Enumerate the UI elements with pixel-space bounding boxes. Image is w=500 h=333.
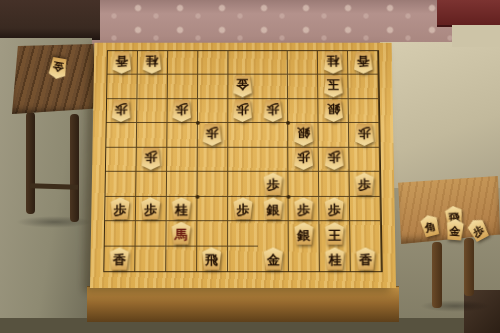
piece-gote-P[interactable]: 歩 xyxy=(290,148,317,170)
square-2a[interactable]: 桂 xyxy=(318,51,348,75)
square-7a[interactable] xyxy=(168,51,198,75)
piece-sente-G[interactable]: 金 xyxy=(260,247,287,270)
piece-gote-N[interactable]: 桂 xyxy=(319,52,346,74)
square-2f[interactable] xyxy=(319,172,350,197)
square-3b[interactable] xyxy=(288,75,318,99)
square-6h[interactable] xyxy=(197,221,228,246)
dark-wood-shelf xyxy=(0,0,100,40)
square-1h[interactable] xyxy=(350,221,381,246)
square-8e[interactable]: 歩 xyxy=(136,148,167,172)
square-5b[interactable]: 金 xyxy=(228,75,258,99)
square-9b[interactable] xyxy=(107,75,137,99)
square-4d[interactable] xyxy=(258,123,288,147)
captured-piece-white-G[interactable]: 金 xyxy=(44,56,71,81)
square-6i[interactable]: 飛 xyxy=(197,246,228,271)
square-5i[interactable] xyxy=(228,246,259,271)
square-8h[interactable] xyxy=(135,221,166,246)
square-6f[interactable] xyxy=(197,172,228,197)
right-komadai-leg xyxy=(432,242,442,308)
square-9c[interactable]: 歩 xyxy=(107,99,138,123)
square-7b[interactable] xyxy=(167,75,197,99)
square-3d[interactable]: 銀 xyxy=(288,123,319,147)
square-2b[interactable]: 玉 xyxy=(318,75,348,99)
piece-sente-P[interactable]: 歩 xyxy=(137,197,164,219)
right-komadai-leg xyxy=(464,238,474,296)
square-1g[interactable] xyxy=(350,197,381,222)
square-9d[interactable] xyxy=(106,123,137,147)
piece-sente-P[interactable]: 歩 xyxy=(260,173,287,195)
square-6d[interactable]: 歩 xyxy=(197,123,227,147)
square-8i[interactable] xyxy=(135,246,166,271)
piece-sente-S[interactable]: 銀 xyxy=(260,197,287,219)
piece-gote-P[interactable]: 歩 xyxy=(138,148,165,170)
piece-gote-G[interactable]: 金 xyxy=(230,76,256,98)
piece-sente-+B[interactable]: 馬 xyxy=(168,222,195,244)
piece-sente-N[interactable]: 桂 xyxy=(168,197,195,219)
square-6a[interactable] xyxy=(198,51,228,75)
piece-sente-L[interactable]: 香 xyxy=(106,247,133,270)
square-6g[interactable] xyxy=(197,197,228,222)
piece-gote-L[interactable]: 香 xyxy=(109,52,136,74)
square-3h[interactable]: 銀 xyxy=(289,221,320,246)
square-5g[interactable]: 歩 xyxy=(228,197,259,222)
square-8a[interactable]: 桂 xyxy=(138,51,168,75)
piece-sente-R[interactable]: 飛 xyxy=(198,247,225,270)
square-7f[interactable] xyxy=(167,172,198,197)
piece-gote-P[interactable]: 歩 xyxy=(169,100,196,122)
square-3e[interactable]: 歩 xyxy=(289,148,320,172)
maroon-cushion xyxy=(437,0,500,27)
square-9e[interactable] xyxy=(106,148,137,172)
square-3c[interactable] xyxy=(288,99,318,123)
piece-sente-P[interactable]: 歩 xyxy=(107,197,134,219)
left-komadai-leg xyxy=(26,112,35,214)
piece-gote-N[interactable]: 桂 xyxy=(139,52,166,74)
square-4c[interactable]: 歩 xyxy=(258,99,288,123)
square-4f[interactable]: 歩 xyxy=(258,172,289,197)
piece-gote-S[interactable]: 銀 xyxy=(290,124,317,146)
square-8d[interactable] xyxy=(137,123,168,147)
square-7i[interactable] xyxy=(166,246,197,271)
floor-right-upper xyxy=(452,25,500,47)
piece-sente-N[interactable]: 桂 xyxy=(321,247,348,270)
square-6e[interactable] xyxy=(197,148,228,172)
board-front-face xyxy=(87,286,399,322)
piece-sente-L[interactable]: 香 xyxy=(352,247,379,270)
square-5c[interactable]: 歩 xyxy=(228,99,258,123)
piece-sente-P[interactable]: 歩 xyxy=(230,197,257,219)
square-5d[interactable] xyxy=(228,123,258,147)
square-3a[interactable] xyxy=(288,51,318,75)
square-7e[interactable] xyxy=(167,148,198,172)
square-1i[interactable]: 香 xyxy=(351,246,382,271)
square-9a[interactable]: 香 xyxy=(107,51,137,75)
piece-gote-P[interactable]: 歩 xyxy=(230,100,256,122)
square-6c[interactable] xyxy=(198,99,228,123)
square-4h[interactable] xyxy=(258,221,289,246)
square-8f[interactable] xyxy=(136,172,167,197)
piece-gote-K[interactable]: 玉 xyxy=(320,76,347,98)
square-8b[interactable] xyxy=(137,75,167,99)
square-1e[interactable] xyxy=(349,148,380,172)
piece-gote-L[interactable]: 香 xyxy=(350,52,377,74)
left-komadai xyxy=(12,44,96,114)
square-4i[interactable]: 金 xyxy=(258,246,289,271)
left-komadai-leg xyxy=(70,114,79,222)
square-2c[interactable]: 銀 xyxy=(319,99,350,123)
floor-right xyxy=(380,42,500,190)
shogi-board: 香桂桂香金玉歩歩歩歩銀歩銀歩歩歩歩歩歩歩歩桂歩銀歩歩馬銀王香飛金桂香 xyxy=(90,43,396,288)
square-7d[interactable] xyxy=(167,123,198,147)
square-2g[interactable]: 歩 xyxy=(319,197,350,222)
left-komadai-shadow xyxy=(16,216,92,228)
piece-sente-P[interactable]: 歩 xyxy=(290,197,317,219)
square-3g[interactable]: 歩 xyxy=(289,197,320,222)
square-9i[interactable]: 香 xyxy=(104,246,135,271)
square-1a[interactable]: 香 xyxy=(348,51,378,75)
square-2d[interactable] xyxy=(319,123,350,147)
square-5a[interactable] xyxy=(228,51,258,75)
piece-sente-P[interactable]: 歩 xyxy=(351,173,378,195)
piece-gote-S[interactable]: 銀 xyxy=(320,100,347,122)
square-5f[interactable] xyxy=(228,172,259,197)
square-8g[interactable]: 歩 xyxy=(136,197,167,222)
square-9f[interactable] xyxy=(105,172,136,197)
square-5e[interactable] xyxy=(228,148,258,172)
square-9h[interactable] xyxy=(105,221,136,246)
square-9g[interactable]: 歩 xyxy=(105,197,136,222)
square-3f[interactable] xyxy=(289,172,320,197)
square-6b[interactable] xyxy=(198,75,228,99)
piece-gote-P[interactable]: 歩 xyxy=(320,148,347,170)
piece-gote-P[interactable]: 歩 xyxy=(108,100,135,122)
right-komadai-shadow xyxy=(420,300,490,312)
square-8c[interactable] xyxy=(137,99,168,123)
square-5h[interactable] xyxy=(228,221,259,246)
piece-gote-P[interactable]: 歩 xyxy=(260,100,287,122)
square-3i[interactable] xyxy=(289,246,320,271)
square-7h[interactable]: 馬 xyxy=(166,221,197,246)
square-1d[interactable]: 歩 xyxy=(349,123,380,147)
photo-scene: 香桂桂香金玉歩歩歩歩銀歩銀歩歩歩歩歩歩歩歩桂歩銀歩歩馬銀王香飛金桂香 金飛角金歩 xyxy=(0,0,500,333)
square-4e[interactable] xyxy=(258,148,289,172)
piece-sente-S[interactable]: 銀 xyxy=(290,222,317,244)
square-1b[interactable] xyxy=(348,75,379,99)
square-2e[interactable]: 歩 xyxy=(319,148,350,172)
board-grid: 香桂桂香金玉歩歩歩歩銀歩銀歩歩歩歩歩歩歩歩桂歩銀歩歩馬銀王香飛金桂香 xyxy=(103,50,382,272)
square-4a[interactable] xyxy=(258,51,288,75)
square-7g[interactable]: 桂 xyxy=(166,197,197,222)
piece-gote-P[interactable]: 歩 xyxy=(199,124,226,146)
square-2i[interactable]: 桂 xyxy=(320,246,351,271)
square-7c[interactable]: 歩 xyxy=(167,99,197,123)
piece-sente-K[interactable]: 王 xyxy=(321,222,348,244)
square-4b[interactable] xyxy=(258,75,288,99)
piece-sente-P[interactable]: 歩 xyxy=(321,197,348,219)
square-2h[interactable]: 王 xyxy=(320,221,351,246)
square-1c[interactable] xyxy=(349,99,380,123)
square-4g[interactable]: 銀 xyxy=(258,197,289,222)
square-1f[interactable]: 歩 xyxy=(350,172,381,197)
piece-gote-P[interactable]: 歩 xyxy=(350,124,377,146)
